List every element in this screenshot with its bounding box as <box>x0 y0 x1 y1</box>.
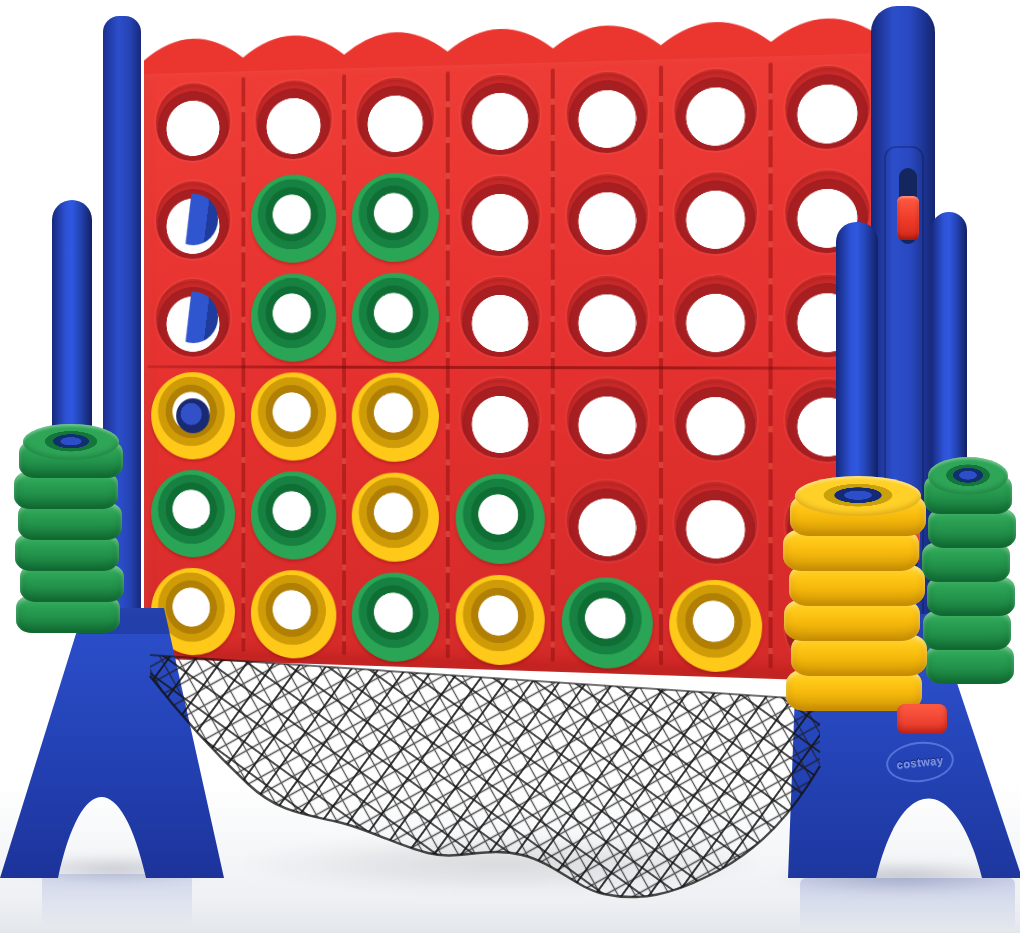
left-pole-stack <box>14 440 128 664</box>
tray-disc-green[interactable] <box>928 508 1016 548</box>
stack-top-face <box>795 476 920 516</box>
giant-connect-four-scene: costway <box>0 0 1020 933</box>
tray-disc-green[interactable] <box>922 542 1010 582</box>
column-rail <box>551 68 555 661</box>
left-disc-pole <box>52 200 92 452</box>
tray-disc-green[interactable] <box>927 576 1015 616</box>
costway-logo-text: costway <box>896 754 944 771</box>
column-rail <box>659 65 663 665</box>
right-back-pole-stack <box>922 474 1020 718</box>
catch-net <box>130 618 846 918</box>
column-rail <box>446 71 450 658</box>
right-front-disc-pole <box>836 222 878 512</box>
tray-disc-green[interactable] <box>923 610 1011 650</box>
release-slider-top[interactable] <box>897 196 919 240</box>
game-board <box>144 10 884 683</box>
stack-top-face <box>23 424 119 460</box>
right-back-disc-pole <box>931 212 967 488</box>
column-rail <box>769 62 773 668</box>
tray-disc-green[interactable] <box>926 644 1014 684</box>
leg-release-handle[interactable] <box>897 704 947 734</box>
board-panel <box>144 53 884 682</box>
